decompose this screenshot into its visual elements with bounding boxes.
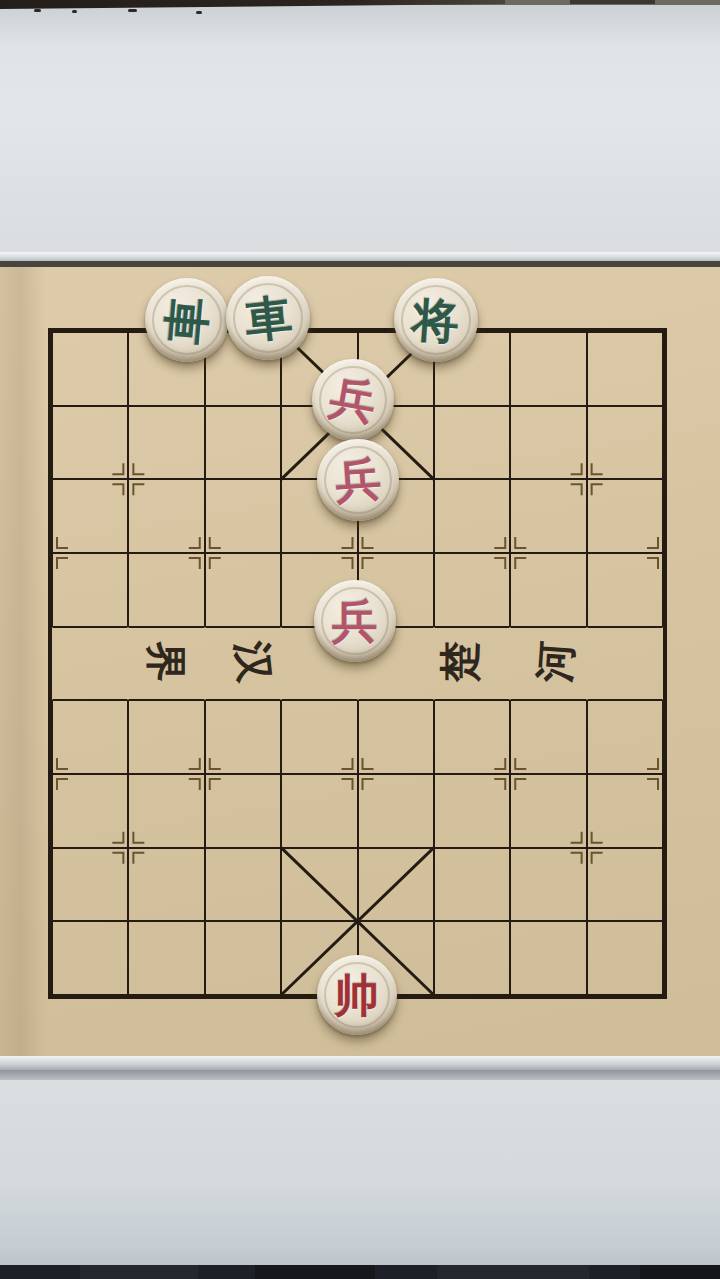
board-cell [434, 479, 510, 553]
piece-glyph: 兵 [326, 373, 379, 426]
board-cell [52, 774, 128, 848]
board-cell [587, 848, 663, 922]
board-cell [434, 700, 510, 774]
board-cell [128, 700, 204, 774]
board-cell [358, 774, 434, 848]
board-cell [52, 700, 128, 774]
board-cell [205, 479, 281, 553]
board-cell [128, 774, 204, 848]
board-cell [434, 921, 510, 995]
board-cell [205, 921, 281, 995]
board-cell [587, 921, 663, 995]
board-cell [281, 700, 357, 774]
floor-shadow-segment [640, 1265, 720, 1279]
piece-red-soldier-b[interactable]: 兵 [317, 439, 399, 521]
board-frame-bottom-seam [0, 1070, 720, 1080]
board-left-shading [0, 267, 46, 1056]
river-character: 界 [138, 641, 193, 682]
board-cell [358, 848, 434, 922]
board-cell [510, 921, 586, 995]
wall-speck [128, 9, 137, 12]
wall-speck [34, 9, 41, 12]
board-cell [281, 774, 357, 848]
floor-shadow-segment [255, 1265, 375, 1279]
board-cell [128, 921, 204, 995]
board-cell [281, 848, 357, 922]
board-cell [52, 406, 128, 480]
board-cell [205, 774, 281, 848]
piece-red-soldier-c[interactable]: 兵 [314, 580, 396, 662]
river-cell [587, 627, 663, 701]
board-cell [128, 479, 204, 553]
piece-glyph: 車 [161, 295, 212, 346]
board-frame-bottom-rail [0, 1056, 720, 1070]
piece-glyph: 兵 [333, 456, 382, 505]
floor-shadow-segment [80, 1265, 198, 1279]
piece-red-soldier-a[interactable]: 兵 [312, 359, 394, 441]
board-cell [52, 848, 128, 922]
board-cell [434, 774, 510, 848]
wall-speck [72, 10, 77, 13]
floor-shadow-band [0, 1265, 720, 1279]
board-cell [587, 700, 663, 774]
whiteboard-upper [0, 0, 720, 252]
board-cell [510, 479, 586, 553]
board-cell [587, 406, 663, 480]
board-cell [205, 848, 281, 922]
wall-below-board [0, 1080, 720, 1266]
board-cell [52, 479, 128, 553]
board-cell [510, 332, 586, 406]
board-cell [434, 553, 510, 627]
board-cell [510, 406, 586, 480]
river-character: 汉 [224, 638, 283, 685]
board-cell [587, 774, 663, 848]
board-cell [434, 848, 510, 922]
river-character: 河 [527, 639, 585, 684]
board-cell [128, 848, 204, 922]
board-cell [128, 553, 204, 627]
board-cell [205, 406, 281, 480]
piece-red-general[interactable]: 帅 [317, 955, 397, 1035]
board-cell [358, 700, 434, 774]
board-cell [52, 921, 128, 995]
piece-glyph: 兵 [332, 598, 378, 644]
river-character: 楚 [433, 641, 488, 682]
board-cell [510, 848, 586, 922]
piece-black-chariot-a[interactable]: 車 [145, 278, 229, 362]
board-cell [205, 700, 281, 774]
scene-photo: 界汉楚河 車車将兵兵兵帅 [0, 0, 720, 1279]
board-cell [128, 406, 204, 480]
river-cell [52, 627, 128, 701]
floor-shadow-segment [437, 1265, 589, 1279]
board-cell [52, 332, 128, 406]
piece-black-chariot-b[interactable]: 車 [226, 276, 310, 360]
board-cell [587, 553, 663, 627]
board-cell [587, 332, 663, 406]
board-cell [510, 774, 586, 848]
board-cell [510, 700, 586, 774]
piece-glyph: 将 [411, 295, 461, 345]
piece-black-general[interactable]: 将 [394, 278, 478, 362]
board-cell [587, 479, 663, 553]
board-cell [52, 553, 128, 627]
board-frame-top-rail [0, 252, 720, 261]
piece-glyph: 帅 [334, 973, 379, 1018]
board-cell [510, 553, 586, 627]
wall-speck [196, 11, 202, 14]
board-cell [205, 553, 281, 627]
piece-glyph: 車 [242, 292, 294, 344]
ceiling-edge-mark [570, 0, 655, 4]
board-cell [434, 406, 510, 480]
